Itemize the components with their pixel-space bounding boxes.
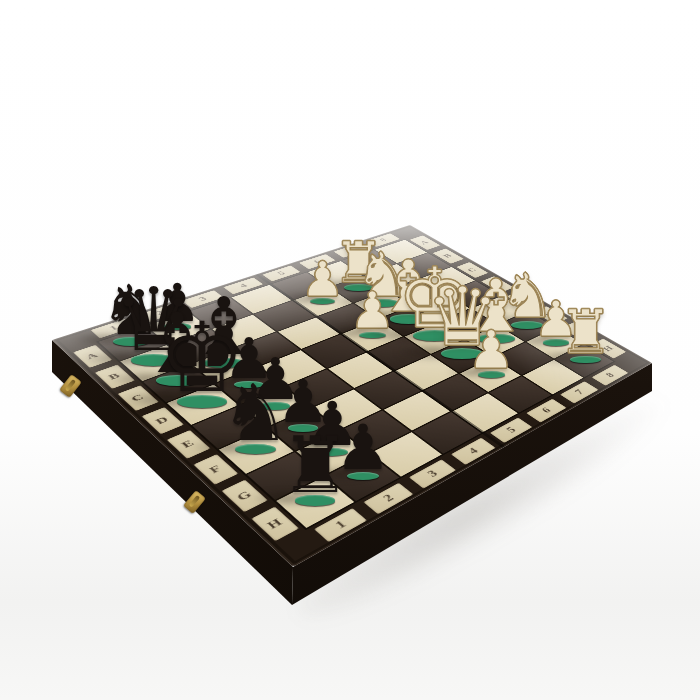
brass-clasp-icon [59, 374, 82, 398]
rank-label-near-4-label: 4 [466, 446, 480, 455]
brass-clasp-icon [183, 490, 206, 514]
rank-label-near-8-label: 8 [604, 371, 616, 378]
rank-label-near-6-label: 6 [540, 406, 553, 414]
white-pawn-icon: ♟ [468, 324, 515, 377]
product-photo-stage: AA88BB77CC66DD55EE44FF33GG22HH11 ♞♟♛♝♝♚♟… [0, 0, 700, 700]
white-rook-icon: ♜ [558, 302, 612, 363]
rank-label-near-5-label: 5 [505, 426, 519, 435]
file-label-near-h-label: H [265, 517, 285, 531]
file-label-near-d-label: D [154, 415, 171, 425]
rank-label-near-7-label: 7 [573, 388, 586, 396]
file-label-near-f-label: F [208, 464, 224, 475]
rank-label-near-3-label: 3 [425, 469, 440, 479]
black-rook-icon: ♜ [280, 427, 350, 505]
rank-label-near-1-label: 1 [333, 519, 349, 530]
rank-label-far-5-label: 5 [276, 270, 287, 276]
rank-label-near-2-label: 2 [381, 493, 396, 504]
